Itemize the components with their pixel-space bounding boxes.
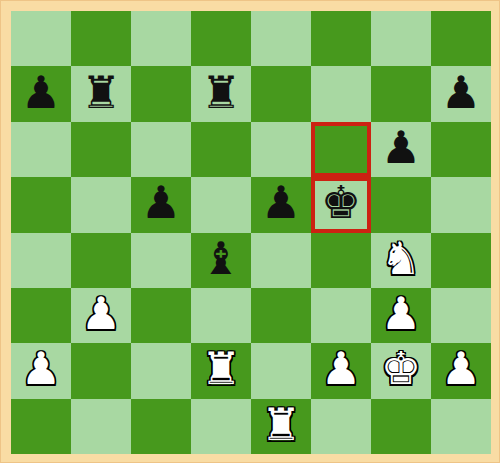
square-h1[interactable] [431,399,491,454]
square-b6[interactable] [71,122,131,177]
square-b4[interactable] [71,233,131,288]
square-g8[interactable] [371,11,431,66]
square-a7[interactable]: ♟ [11,66,71,121]
square-f3[interactable] [311,288,371,343]
square-g4[interactable]: ♞ [371,233,431,288]
square-e6[interactable] [251,122,311,177]
piece-white-rook[interactable]: ♜ [261,402,301,447]
piece-white-pawn[interactable]: ♟ [321,346,361,391]
square-g3[interactable]: ♟ [371,288,431,343]
square-f1[interactable] [311,399,371,454]
square-d8[interactable] [191,11,251,66]
square-g6[interactable]: ♟ [371,122,431,177]
square-c8[interactable] [131,11,191,66]
square-f7[interactable] [311,66,371,121]
piece-white-pawn[interactable]: ♟ [21,346,61,391]
piece-white-knight[interactable]: ♞ [381,236,421,281]
square-h8[interactable] [431,11,491,66]
square-d1[interactable] [191,399,251,454]
square-b2[interactable] [71,343,131,398]
piece-black-pawn[interactable]: ♟ [21,70,61,115]
piece-black-rook[interactable]: ♜ [201,70,241,115]
piece-white-king[interactable]: ♚ [381,346,421,391]
square-e4[interactable] [251,233,311,288]
square-c4[interactable] [131,233,191,288]
piece-black-pawn[interactable]: ♟ [261,180,301,225]
piece-white-rook[interactable]: ♜ [201,346,241,391]
square-f4[interactable] [311,233,371,288]
piece-black-pawn[interactable]: ♟ [441,70,481,115]
square-f5[interactable]: ♚ [311,177,371,232]
square-h4[interactable] [431,233,491,288]
square-b7[interactable]: ♜ [71,66,131,121]
piece-white-pawn[interactable]: ♟ [381,291,421,336]
board-frame: ♟♜♜♟♟♟♟♚♝♞♟♟♟♜♟♚♟♜ [0,0,500,463]
square-a4[interactable] [11,233,71,288]
square-g2[interactable]: ♚ [371,343,431,398]
square-g5[interactable] [371,177,431,232]
piece-black-pawn[interactable]: ♟ [141,180,181,225]
square-c6[interactable] [131,122,191,177]
square-a2[interactable]: ♟ [11,343,71,398]
square-h7[interactable]: ♟ [431,66,491,121]
square-e8[interactable] [251,11,311,66]
piece-white-pawn[interactable]: ♟ [441,346,481,391]
square-c1[interactable] [131,399,191,454]
square-d4[interactable]: ♝ [191,233,251,288]
square-a6[interactable] [11,122,71,177]
square-g1[interactable] [371,399,431,454]
square-d7[interactable]: ♜ [191,66,251,121]
square-b5[interactable] [71,177,131,232]
square-f8[interactable] [311,11,371,66]
square-e1[interactable]: ♜ [251,399,311,454]
piece-black-king[interactable]: ♚ [321,180,361,225]
square-f2[interactable]: ♟ [311,343,371,398]
square-a3[interactable] [11,288,71,343]
square-f6[interactable] [311,122,371,177]
square-e2[interactable] [251,343,311,398]
square-c5[interactable]: ♟ [131,177,191,232]
square-g7[interactable] [371,66,431,121]
piece-black-pawn[interactable]: ♟ [381,125,421,170]
piece-white-pawn[interactable]: ♟ [81,291,121,336]
square-d2[interactable]: ♜ [191,343,251,398]
square-c7[interactable] [131,66,191,121]
square-a5[interactable] [11,177,71,232]
square-a8[interactable] [11,11,71,66]
square-d6[interactable] [191,122,251,177]
square-h5[interactable] [431,177,491,232]
piece-black-rook[interactable]: ♜ [81,70,121,115]
square-b3[interactable]: ♟ [71,288,131,343]
square-d5[interactable] [191,177,251,232]
square-e5[interactable]: ♟ [251,177,311,232]
square-h2[interactable]: ♟ [431,343,491,398]
square-b1[interactable] [71,399,131,454]
square-b8[interactable] [71,11,131,66]
square-a1[interactable] [11,399,71,454]
square-d3[interactable] [191,288,251,343]
chess-board: ♟♜♜♟♟♟♟♚♝♞♟♟♟♜♟♚♟♜ [11,11,491,454]
piece-black-bishop[interactable]: ♝ [201,236,241,281]
square-e3[interactable] [251,288,311,343]
square-h6[interactable] [431,122,491,177]
square-h3[interactable] [431,288,491,343]
square-c3[interactable] [131,288,191,343]
square-c2[interactable] [131,343,191,398]
square-e7[interactable] [251,66,311,121]
